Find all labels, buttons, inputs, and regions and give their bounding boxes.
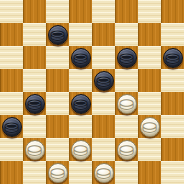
square-e5[interactable]: ⛂	[92, 69, 115, 92]
square-g4	[138, 92, 161, 115]
square-f7	[115, 23, 138, 46]
checkers-board: ⛂⛂⛂⛂⛂⛂⛂⛀⛂⛀⛀⛀⛀⛀⛀	[0, 0, 184, 184]
black-man-a3[interactable]: ⛂	[2, 117, 22, 137]
square-b7	[23, 23, 46, 46]
square-e7[interactable]	[92, 23, 115, 46]
square-f8[interactable]	[115, 0, 138, 23]
square-a1[interactable]	[0, 161, 23, 184]
square-b4[interactable]: ⛂	[23, 92, 46, 115]
square-g5[interactable]	[138, 69, 161, 92]
square-e3[interactable]	[92, 115, 115, 138]
square-h6[interactable]: ⛂	[161, 46, 184, 69]
square-c8	[46, 0, 69, 23]
square-h4[interactable]	[161, 92, 184, 115]
square-b8[interactable]	[23, 0, 46, 23]
black-man-d6[interactable]: ⛂	[71, 48, 91, 68]
square-g6	[138, 46, 161, 69]
square-h5	[161, 69, 184, 92]
white-man-d2[interactable]: ⛀	[71, 140, 91, 160]
square-f4[interactable]: ⛀	[115, 92, 138, 115]
white-man-f2[interactable]: ⛀	[117, 140, 137, 160]
square-a3[interactable]: ⛂	[0, 115, 23, 138]
square-c1[interactable]: ⛀	[46, 161, 69, 184]
white-man-g3[interactable]: ⛀	[140, 117, 160, 137]
white-man-f4[interactable]: ⛀	[117, 94, 137, 114]
black-man-d4[interactable]: ⛂	[71, 94, 91, 114]
square-a8	[0, 0, 23, 23]
square-h8[interactable]	[161, 0, 184, 23]
square-h2[interactable]	[161, 138, 184, 161]
square-f3	[115, 115, 138, 138]
square-b6[interactable]	[23, 46, 46, 69]
square-e8	[92, 0, 115, 23]
square-f5	[115, 69, 138, 92]
square-g7[interactable]	[138, 23, 161, 46]
square-c2	[46, 138, 69, 161]
black-man-c7[interactable]: ⛂	[48, 25, 68, 45]
square-d1	[69, 161, 92, 184]
square-e1[interactable]: ⛀	[92, 161, 115, 184]
black-man-b4[interactable]: ⛂	[25, 94, 45, 114]
square-b5	[23, 69, 46, 92]
square-b2[interactable]: ⛀	[23, 138, 46, 161]
black-man-f6[interactable]: ⛂	[117, 48, 137, 68]
white-man-b2[interactable]: ⛀	[25, 140, 45, 160]
square-d7	[69, 23, 92, 46]
square-c4	[46, 92, 69, 115]
square-a7[interactable]	[0, 23, 23, 46]
square-d5	[69, 69, 92, 92]
black-man-e5[interactable]: ⛂	[94, 71, 114, 91]
square-a2	[0, 138, 23, 161]
square-a4	[0, 92, 23, 115]
square-b1	[23, 161, 46, 184]
square-e2	[92, 138, 115, 161]
square-f6[interactable]: ⛂	[115, 46, 138, 69]
square-g1[interactable]	[138, 161, 161, 184]
square-d8[interactable]	[69, 0, 92, 23]
square-h1	[161, 161, 184, 184]
square-c6	[46, 46, 69, 69]
white-man-e1[interactable]: ⛀	[94, 163, 114, 183]
square-g3[interactable]: ⛀	[138, 115, 161, 138]
square-d3	[69, 115, 92, 138]
square-d6[interactable]: ⛂	[69, 46, 92, 69]
square-b3	[23, 115, 46, 138]
square-c3[interactable]	[46, 115, 69, 138]
square-h7	[161, 23, 184, 46]
square-d4[interactable]: ⛂	[69, 92, 92, 115]
square-a6	[0, 46, 23, 69]
white-man-c1[interactable]: ⛀	[48, 163, 68, 183]
square-g8	[138, 0, 161, 23]
square-e6	[92, 46, 115, 69]
square-c7[interactable]: ⛂	[46, 23, 69, 46]
square-f2[interactable]: ⛀	[115, 138, 138, 161]
square-e4	[92, 92, 115, 115]
square-a5[interactable]	[0, 69, 23, 92]
square-h3	[161, 115, 184, 138]
square-g2	[138, 138, 161, 161]
square-d2[interactable]: ⛀	[69, 138, 92, 161]
square-c5[interactable]	[46, 69, 69, 92]
black-man-h6[interactable]: ⛂	[163, 48, 183, 68]
square-f1	[115, 161, 138, 184]
